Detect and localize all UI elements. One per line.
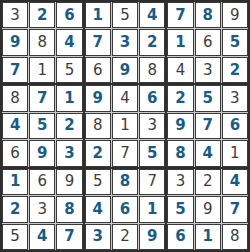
cell-r5c3[interactable]: 2	[56, 113, 82, 139]
cell-r2c3[interactable]: 4	[56, 29, 82, 55]
cell-r3c3[interactable]: 5	[56, 57, 82, 83]
cell-r4c8[interactable]: 5	[195, 85, 221, 111]
cell-r7c2[interactable]: 6	[29, 169, 55, 195]
cell-r7c3[interactable]: 9	[56, 169, 82, 195]
cell-r4c2[interactable]: 7	[29, 85, 55, 111]
cell-r5c5[interactable]: 1	[112, 113, 138, 139]
cell-r3c7[interactable]: 4	[167, 57, 193, 83]
cell-r1c2[interactable]: 2	[29, 2, 55, 28]
cell-r3c8[interactable]: 3	[195, 57, 221, 83]
cell-r1c6[interactable]: 4	[139, 2, 165, 28]
cell-r2c5[interactable]: 3	[112, 29, 138, 55]
cell-r6c2[interactable]: 9	[29, 140, 55, 166]
cell-r5c8[interactable]: 7	[195, 113, 221, 139]
cell-r9c7[interactable]: 6	[167, 224, 193, 250]
sudoku-box-7: 169238547	[2, 169, 83, 250]
cell-r4c7[interactable]: 2	[167, 85, 193, 111]
cell-r3c2[interactable]: 1	[29, 57, 55, 83]
cell-r7c7[interactable]: 3	[167, 169, 193, 195]
cell-r8c4[interactable]: 4	[85, 196, 111, 222]
sudoku-box-8: 587461329	[85, 169, 166, 250]
cell-r9c9[interactable]: 8	[222, 224, 248, 250]
cell-r9c6[interactable]: 9	[139, 224, 165, 250]
cell-r4c9[interactable]: 3	[222, 85, 248, 111]
sudoku-box-9: 324597618	[167, 169, 248, 250]
cell-r7c9[interactable]: 4	[222, 169, 248, 195]
sudoku-box-6: 253976841	[167, 85, 248, 166]
cell-r6c3[interactable]: 3	[56, 140, 82, 166]
cell-r2c6[interactable]: 2	[139, 29, 165, 55]
cell-r2c7[interactable]: 1	[167, 29, 193, 55]
cell-r1c3[interactable]: 6	[56, 2, 82, 28]
cell-r9c1[interactable]: 5	[2, 224, 28, 250]
cell-r6c5[interactable]: 7	[112, 140, 138, 166]
cell-r6c6[interactable]: 5	[139, 140, 165, 166]
cell-r4c5[interactable]: 4	[112, 85, 138, 111]
cell-r9c5[interactable]: 2	[112, 224, 138, 250]
sudoku-board: 3269847151547326987891654328714526939468…	[0, 0, 250, 252]
cell-r5c4[interactable]: 8	[85, 113, 111, 139]
cell-r4c3[interactable]: 1	[56, 85, 82, 111]
cell-r8c2[interactable]: 3	[29, 196, 55, 222]
cell-r2c8[interactable]: 6	[195, 29, 221, 55]
sudoku-box-5: 946813275	[85, 85, 166, 166]
cell-r8c5[interactable]: 6	[112, 196, 138, 222]
cell-r9c2[interactable]: 4	[29, 224, 55, 250]
cell-r3c1[interactable]: 7	[2, 57, 28, 83]
cell-r4c6[interactable]: 6	[139, 85, 165, 111]
cell-r1c9[interactable]: 9	[222, 2, 248, 28]
cell-r1c8[interactable]: 8	[195, 2, 221, 28]
cell-r2c2[interactable]: 8	[29, 29, 55, 55]
cell-r7c1[interactable]: 1	[2, 169, 28, 195]
cell-r1c4[interactable]: 1	[85, 2, 111, 28]
sudoku-box-4: 871452693	[2, 85, 83, 166]
cell-r3c4[interactable]: 6	[85, 57, 111, 83]
sudoku-box-1: 326984715	[2, 2, 83, 83]
cell-r6c9[interactable]: 1	[222, 140, 248, 166]
cell-r8c9[interactable]: 7	[222, 196, 248, 222]
cell-r5c7[interactable]: 9	[167, 113, 193, 139]
cell-r2c9[interactable]: 5	[222, 29, 248, 55]
cell-r8c1[interactable]: 2	[2, 196, 28, 222]
cell-r6c1[interactable]: 6	[2, 140, 28, 166]
cell-r9c8[interactable]: 1	[195, 224, 221, 250]
cell-r8c6[interactable]: 1	[139, 196, 165, 222]
cell-r1c7[interactable]: 7	[167, 2, 193, 28]
cell-r3c9[interactable]: 2	[222, 57, 248, 83]
cell-r1c5[interactable]: 5	[112, 2, 138, 28]
cell-r8c7[interactable]: 5	[167, 196, 193, 222]
cell-r6c8[interactable]: 4	[195, 140, 221, 166]
cell-r2c1[interactable]: 9	[2, 29, 28, 55]
cell-r1c1[interactable]: 3	[2, 2, 28, 28]
cell-r5c6[interactable]: 3	[139, 113, 165, 139]
cell-r5c1[interactable]: 4	[2, 113, 28, 139]
cell-r7c4[interactable]: 5	[85, 169, 111, 195]
sudoku-box-3: 789165432	[167, 2, 248, 83]
cell-r5c2[interactable]: 5	[29, 113, 55, 139]
cell-r9c3[interactable]: 7	[56, 224, 82, 250]
cell-r3c5[interactable]: 9	[112, 57, 138, 83]
cell-r7c6[interactable]: 7	[139, 169, 165, 195]
cell-r7c5[interactable]: 8	[112, 169, 138, 195]
cell-r8c8[interactable]: 9	[195, 196, 221, 222]
cell-r4c1[interactable]: 8	[2, 85, 28, 111]
cell-r6c4[interactable]: 2	[85, 140, 111, 166]
cell-r7c8[interactable]: 2	[195, 169, 221, 195]
cell-r9c4[interactable]: 3	[85, 224, 111, 250]
cell-r4c4[interactable]: 9	[85, 85, 111, 111]
sudoku-box-2: 154732698	[85, 2, 166, 83]
cell-r5c9[interactable]: 6	[222, 113, 248, 139]
cell-r3c6[interactable]: 8	[139, 57, 165, 83]
cell-r8c3[interactable]: 8	[56, 196, 82, 222]
cell-r6c7[interactable]: 8	[167, 140, 193, 166]
cell-r2c4[interactable]: 7	[85, 29, 111, 55]
